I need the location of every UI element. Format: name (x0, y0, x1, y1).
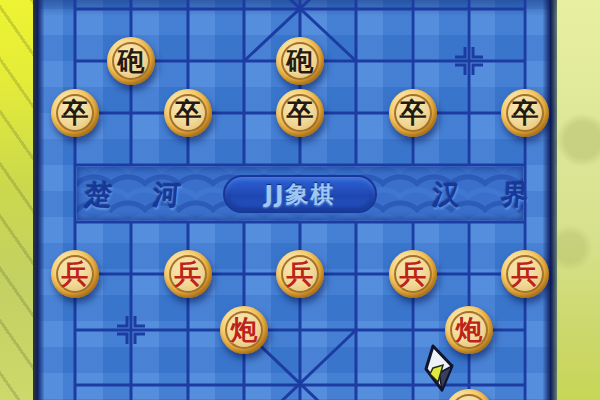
piece-character: 兵 (287, 260, 314, 287)
game-cursor-icon (421, 344, 457, 392)
board-left-edge (33, 0, 44, 400)
piece-red-soldier[interactable]: 兵 (501, 250, 549, 298)
xiangqi-board[interactable]: 楚 河 JJ象棋 汉 界 砲砲卒卒卒卒卒兵兵兵兵兵炮炮馬 (0, 0, 600, 400)
piece-character: 砲 (118, 47, 145, 74)
piece-black-soldier[interactable]: 卒 (389, 89, 437, 137)
game-screen: 楚 河 JJ象棋 汉 界 砲砲卒卒卒卒卒兵兵兵兵兵炮炮馬 (0, 0, 600, 400)
background-right-strip (557, 0, 600, 400)
piece-black-soldier[interactable]: 卒 (276, 89, 324, 137)
piece-red-soldier[interactable]: 兵 (276, 250, 324, 298)
piece-black-soldier[interactable]: 卒 (164, 89, 212, 137)
piece-character: 卒 (175, 99, 202, 126)
piece-red-soldier[interactable]: 兵 (51, 250, 99, 298)
piece-character: 炮 (456, 316, 483, 343)
piece-character: 炮 (231, 316, 258, 343)
piece-face: 兵 (281, 255, 319, 293)
piece-character: 兵 (175, 260, 202, 287)
piece-face: 馬 (450, 394, 488, 400)
piece-character: 卒 (62, 99, 89, 126)
piece-character: 兵 (512, 260, 539, 287)
piece-face: 兵 (169, 255, 207, 293)
piece-face: 炮 (225, 311, 263, 349)
piece-face: 卒 (394, 94, 432, 132)
piece-character: 砲 (287, 47, 314, 74)
background-left-strip (0, 0, 33, 400)
piece-face: 卒 (169, 94, 207, 132)
piece-character: 卒 (400, 99, 427, 126)
piece-face: 砲 (112, 42, 150, 80)
piece-red-cannon[interactable]: 炮 (220, 306, 268, 354)
piece-face: 卒 (281, 94, 319, 132)
piece-face: 兵 (394, 255, 432, 293)
piece-black-cannon[interactable]: 砲 (276, 37, 324, 85)
piece-character: 卒 (287, 99, 314, 126)
piece-red-soldier[interactable]: 兵 (164, 250, 212, 298)
piece-black-soldier[interactable]: 卒 (51, 89, 99, 137)
piece-character: 兵 (62, 260, 89, 287)
piece-character: 卒 (512, 99, 539, 126)
board-right-edge (543, 0, 557, 400)
piece-face: 卒 (56, 94, 94, 132)
piece-face: 兵 (506, 255, 544, 293)
piece-black-cannon[interactable]: 砲 (107, 37, 155, 85)
piece-face: 卒 (506, 94, 544, 132)
piece-red-soldier[interactable]: 兵 (389, 250, 437, 298)
piece-face: 砲 (281, 42, 319, 80)
piece-black-soldier[interactable]: 卒 (501, 89, 549, 137)
piece-face: 兵 (56, 255, 94, 293)
piece-character: 兵 (400, 260, 427, 287)
